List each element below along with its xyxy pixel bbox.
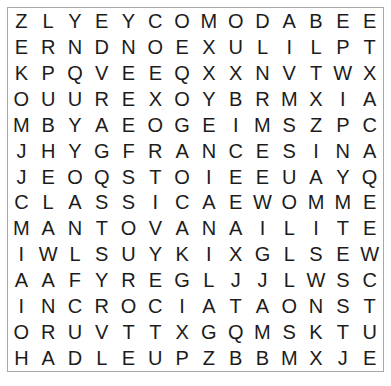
grid-cell[interactable]: B	[249, 345, 276, 371]
grid-cell[interactable]: M	[276, 86, 303, 112]
grid-cell[interactable]: E	[222, 190, 249, 216]
grid-cell[interactable]: L	[62, 241, 89, 267]
grid-cell[interactable]: C	[142, 8, 169, 34]
grid-cell[interactable]: N	[35, 293, 62, 319]
grid-cell[interactable]: Y	[62, 8, 89, 34]
grid-cell[interactable]: I	[276, 34, 303, 60]
grid-cell[interactable]: Q	[169, 60, 196, 86]
grid-cell[interactable]: T	[303, 60, 330, 86]
grid-cell[interactable]: M	[276, 345, 303, 371]
grid-cell[interactable]: F	[115, 138, 142, 164]
grid-cell[interactable]: O	[276, 293, 303, 319]
grid-cell[interactable]: B	[222, 345, 249, 371]
grid-cell[interactable]: S	[303, 241, 330, 267]
grid-cell[interactable]: U	[35, 86, 62, 112]
grid-cell[interactable]: W	[249, 190, 276, 216]
grid-cell[interactable]: L	[303, 34, 330, 60]
grid-cell[interactable]: E	[356, 345, 383, 371]
grid-cell[interactable]: A	[35, 215, 62, 241]
grid-cell[interactable]: S	[115, 164, 142, 190]
grid-cell[interactable]: X	[196, 60, 223, 86]
grid-cell[interactable]: R	[142, 138, 169, 164]
grid-cell[interactable]: E	[356, 8, 383, 34]
grid-cell[interactable]: I	[303, 138, 330, 164]
grid-cell[interactable]: R	[115, 267, 142, 293]
grid-cell[interactable]: O	[169, 8, 196, 34]
grid-cell[interactable]: X	[303, 345, 330, 371]
grid-cell[interactable]: E	[8, 34, 35, 60]
grid-cell[interactable]: U	[115, 241, 142, 267]
grid-cell[interactable]: X	[142, 86, 169, 112]
grid-cell[interactable]: G	[88, 138, 115, 164]
grid-cell[interactable]: O	[62, 164, 89, 190]
grid-cell[interactable]: T	[88, 215, 115, 241]
grid-cell[interactable]: L	[276, 241, 303, 267]
grid-cell[interactable]: Y	[88, 267, 115, 293]
grid-cell[interactable]: E	[115, 86, 142, 112]
grid-cell[interactable]: A	[276, 8, 303, 34]
grid-cell[interactable]: E	[142, 267, 169, 293]
grid-cell[interactable]: S	[276, 112, 303, 138]
grid-cell[interactable]: L	[276, 267, 303, 293]
grid-cell[interactable]: X	[169, 319, 196, 345]
grid-cell[interactable]: E	[222, 164, 249, 190]
grid-cell[interactable]: B	[303, 8, 330, 34]
grid-cell[interactable]: J	[8, 138, 35, 164]
grid-cell[interactable]: E	[249, 138, 276, 164]
grid-cell[interactable]: D	[249, 8, 276, 34]
grid-cell[interactable]: C	[62, 293, 89, 319]
grid-cell[interactable]: M	[249, 112, 276, 138]
grid-cell[interactable]: Q	[88, 164, 115, 190]
grid-cell[interactable]: K	[8, 60, 35, 86]
grid-cell[interactable]: I	[169, 293, 196, 319]
grid-cell[interactable]: G	[249, 241, 276, 267]
grid-cell[interactable]: O	[169, 164, 196, 190]
grid-cell[interactable]: S	[88, 241, 115, 267]
grid-cell[interactable]: D	[62, 345, 89, 371]
letter-grid: ZLYEYCOMODABEEERNDNOEXULILPTKPQVEEQXXNVT…	[8, 8, 383, 371]
grid-cell[interactable]: I	[249, 215, 276, 241]
grid-cell[interactable]: Q	[62, 60, 89, 86]
grid-cell[interactable]: S	[329, 293, 356, 319]
grid-cell[interactable]: A	[169, 215, 196, 241]
grid-cell[interactable]: E	[329, 241, 356, 267]
grid-cell[interactable]: Z	[196, 345, 223, 371]
grid-cell[interactable]: L	[276, 215, 303, 241]
grid-cell[interactable]: T	[356, 293, 383, 319]
grid-cell[interactable]: W	[356, 241, 383, 267]
grid-cell[interactable]: W	[329, 60, 356, 86]
grid-cell[interactable]: Y	[62, 112, 89, 138]
grid-cell[interactable]: A	[303, 164, 330, 190]
grid-cell[interactable]: Y	[62, 138, 89, 164]
grid-cell[interactable]: U	[62, 86, 89, 112]
grid-cell[interactable]: S	[115, 190, 142, 216]
grid-cell[interactable]: K	[169, 241, 196, 267]
grid-cell[interactable]: S	[276, 319, 303, 345]
grid-cell[interactable]: X	[356, 60, 383, 86]
grid-cell[interactable]: P	[35, 60, 62, 86]
grid-cell[interactable]: C	[356, 267, 383, 293]
grid-cell[interactable]: I	[196, 164, 223, 190]
grid-cell[interactable]: A	[62, 190, 89, 216]
grid-cell[interactable]: A	[356, 86, 383, 112]
word-search-board: ZLYEYCOMODABEEERNDNOEXULILPTKPQVEEQXXNVT…	[7, 7, 384, 372]
grid-cell[interactable]: K	[303, 319, 330, 345]
grid-cell[interactable]: T	[329, 319, 356, 345]
grid-cell[interactable]: A	[222, 215, 249, 241]
grid-cell[interactable]: M	[8, 112, 35, 138]
grid-cell[interactable]: O	[222, 8, 249, 34]
grid-cell[interactable]: E	[115, 112, 142, 138]
grid-cell[interactable]: N	[196, 215, 223, 241]
grid-cell[interactable]: L	[249, 34, 276, 60]
grid-cell[interactable]: D	[88, 34, 115, 60]
grid-cell[interactable]: O	[142, 34, 169, 60]
grid-cell[interactable]: T	[142, 164, 169, 190]
grid-cell[interactable]: T	[356, 34, 383, 60]
grid-cell[interactable]: A	[196, 293, 223, 319]
grid-cell[interactable]: S	[329, 267, 356, 293]
grid-cell[interactable]: T	[115, 319, 142, 345]
grid-cell[interactable]: R	[249, 86, 276, 112]
grid-cell[interactable]: I	[303, 215, 330, 241]
grid-cell[interactable]: B	[35, 112, 62, 138]
grid-cell[interactable]: Y	[329, 164, 356, 190]
grid-cell[interactable]: E	[356, 215, 383, 241]
grid-cell[interactable]: N	[249, 60, 276, 86]
grid-cell[interactable]: T	[329, 215, 356, 241]
grid-cell[interactable]: Q	[356, 164, 383, 190]
grid-cell[interactable]: P	[169, 345, 196, 371]
grid-cell[interactable]: I	[222, 112, 249, 138]
grid-cell[interactable]: G	[169, 112, 196, 138]
grid-cell[interactable]: A	[35, 267, 62, 293]
grid-cell[interactable]: I	[196, 241, 223, 267]
grid-cell[interactable]: E	[249, 164, 276, 190]
grid-cell[interactable]: M	[8, 215, 35, 241]
grid-cell[interactable]: G	[169, 267, 196, 293]
grid-cell[interactable]: O	[115, 293, 142, 319]
grid-cell[interactable]: O	[115, 215, 142, 241]
grid-cell[interactable]: A	[8, 267, 35, 293]
grid-cell[interactable]: C	[356, 112, 383, 138]
grid-cell[interactable]: O	[142, 112, 169, 138]
grid-cell[interactable]: Z	[303, 112, 330, 138]
grid-cell[interactable]: G	[196, 319, 223, 345]
grid-cell[interactable]: E	[115, 345, 142, 371]
grid-cell[interactable]: N	[115, 34, 142, 60]
grid-cell[interactable]: S	[276, 138, 303, 164]
grid-cell[interactable]: Y	[196, 86, 223, 112]
grid-cell[interactable]: I	[8, 241, 35, 267]
grid-cell[interactable]: N	[62, 215, 89, 241]
grid-cell[interactable]: C	[169, 190, 196, 216]
grid-cell[interactable]: U	[142, 345, 169, 371]
grid-cell[interactable]: U	[222, 34, 249, 60]
grid-cell[interactable]: J	[329, 345, 356, 371]
grid-cell[interactable]: X	[303, 86, 330, 112]
grid-cell[interactable]: N	[62, 34, 89, 60]
grid-cell[interactable]: O	[8, 319, 35, 345]
grid-cell[interactable]: M	[303, 190, 330, 216]
grid-cell[interactable]: N	[196, 138, 223, 164]
grid-cell[interactable]: J	[8, 164, 35, 190]
grid-cell[interactable]: E	[142, 60, 169, 86]
grid-cell[interactable]: C	[8, 190, 35, 216]
grid-cell[interactable]: Y	[115, 8, 142, 34]
grid-cell[interactable]: U	[356, 319, 383, 345]
grid-cell[interactable]: A	[356, 138, 383, 164]
grid-cell[interactable]: C	[142, 293, 169, 319]
grid-cell[interactable]: I	[8, 293, 35, 319]
grid-cell[interactable]: V	[88, 319, 115, 345]
grid-cell[interactable]: M	[196, 8, 223, 34]
grid-cell[interactable]: R	[35, 34, 62, 60]
grid-cell[interactable]: P	[329, 112, 356, 138]
grid-cell[interactable]: W	[35, 241, 62, 267]
grid-cell[interactable]: A	[35, 345, 62, 371]
grid-cell[interactable]: E	[329, 8, 356, 34]
grid-cell[interactable]: M	[249, 319, 276, 345]
grid-cell[interactable]: H	[8, 345, 35, 371]
grid-cell[interactable]: B	[222, 86, 249, 112]
grid-cell[interactable]: L	[196, 267, 223, 293]
grid-cell[interactable]: L	[88, 345, 115, 371]
grid-cell[interactable]: I	[142, 190, 169, 216]
grid-cell[interactable]: O	[169, 86, 196, 112]
grid-cell[interactable]: C	[222, 138, 249, 164]
grid-cell[interactable]: T	[142, 319, 169, 345]
grid-cell[interactable]: S	[88, 190, 115, 216]
grid-cell[interactable]: V	[276, 60, 303, 86]
grid-cell[interactable]: M	[329, 190, 356, 216]
grid-cell[interactable]: E	[35, 164, 62, 190]
grid-cell[interactable]: X	[222, 241, 249, 267]
grid-cell[interactable]: R	[88, 86, 115, 112]
grid-cell[interactable]: E	[115, 60, 142, 86]
grid-cell[interactable]: N	[303, 293, 330, 319]
grid-cell[interactable]: E	[356, 190, 383, 216]
grid-cell[interactable]: H	[35, 138, 62, 164]
grid-cell[interactable]: Y	[142, 241, 169, 267]
grid-cell[interactable]: W	[303, 267, 330, 293]
grid-cell[interactable]: R	[35, 319, 62, 345]
grid-cell[interactable]: F	[62, 267, 89, 293]
grid-cell[interactable]: V	[88, 60, 115, 86]
grid-cell[interactable]: L	[35, 8, 62, 34]
grid-cell[interactable]: X	[222, 60, 249, 86]
grid-cell[interactable]: J	[222, 267, 249, 293]
grid-cell[interactable]: A	[88, 112, 115, 138]
grid-cell[interactable]: R	[88, 293, 115, 319]
grid-cell[interactable]: N	[329, 138, 356, 164]
grid-cell[interactable]: O	[8, 86, 35, 112]
grid-cell[interactable]: L	[35, 190, 62, 216]
grid-cell[interactable]: E	[169, 34, 196, 60]
grid-cell[interactable]: I	[329, 86, 356, 112]
grid-cell[interactable]: Q	[222, 319, 249, 345]
grid-cell[interactable]: E	[88, 8, 115, 34]
grid-cell[interactable]: E	[196, 112, 223, 138]
grid-cell[interactable]: P	[329, 34, 356, 60]
grid-cell[interactable]: O	[276, 190, 303, 216]
grid-cell[interactable]: A	[169, 138, 196, 164]
grid-cell[interactable]: U	[276, 164, 303, 190]
grid-cell[interactable]: X	[196, 34, 223, 60]
grid-cell[interactable]: J	[249, 267, 276, 293]
grid-cell[interactable]: Z	[8, 8, 35, 34]
grid-cell[interactable]: U	[62, 319, 89, 345]
grid-cell[interactable]: A	[196, 190, 223, 216]
grid-cell[interactable]: A	[249, 293, 276, 319]
grid-cell[interactable]: V	[142, 215, 169, 241]
grid-cell[interactable]: T	[222, 293, 249, 319]
